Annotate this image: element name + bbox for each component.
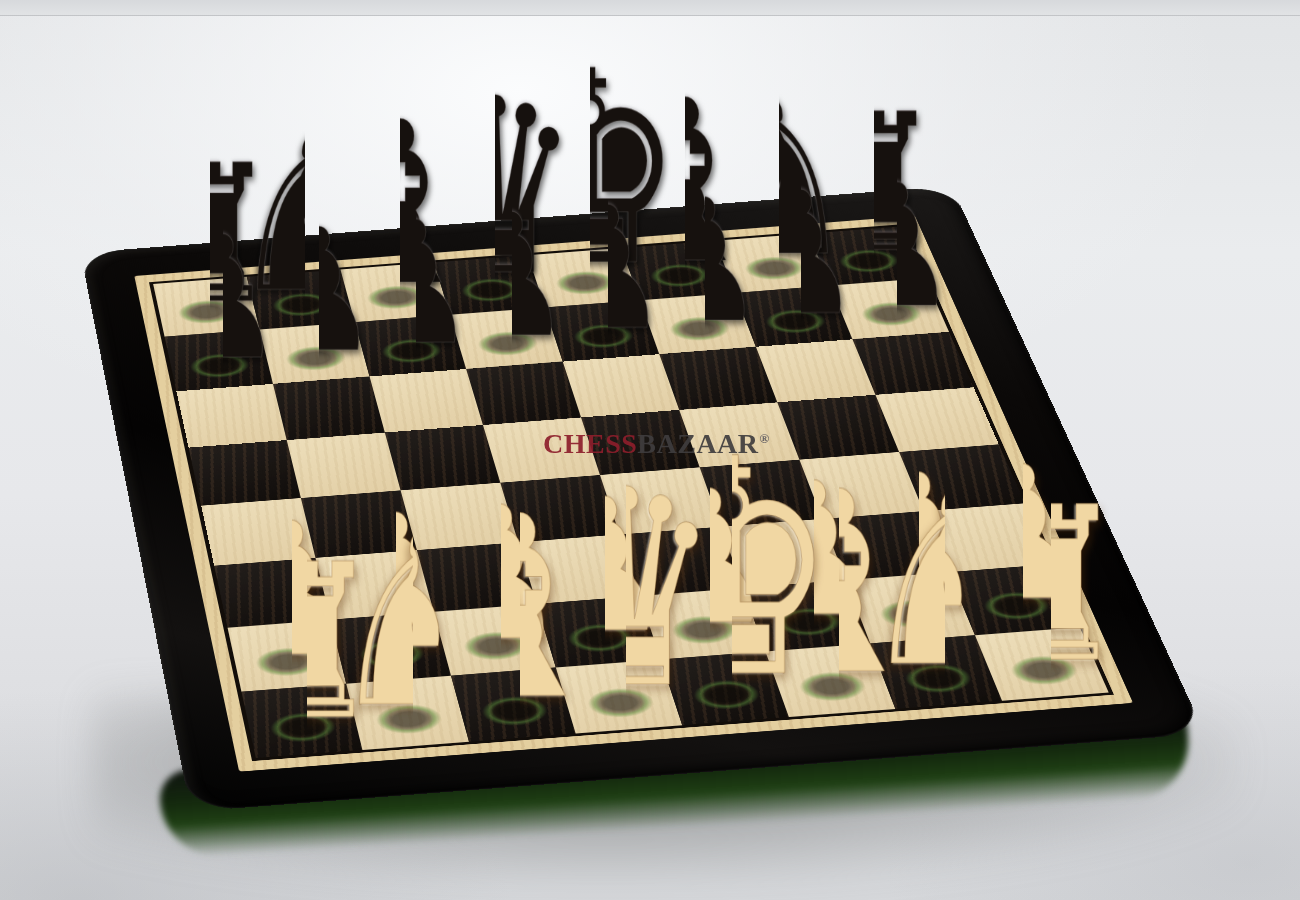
square-f1: ♝ <box>765 643 895 717</box>
piece-glyph: ♜ <box>232 541 381 744</box>
product-photo: ♜♞♝♛♚♝♞♜♟♟♟♟♟♟♟♟♟♟♟♟♟♟♟♟♜♞♝♛♚♝♞♜ CHESSBA… <box>0 0 1300 900</box>
watermark: CHESSBAZAAR® <box>543 428 770 460</box>
registered-mark: ® <box>760 431 770 446</box>
watermark-bazaar: BAZAAR <box>637 428 758 459</box>
square-h1: ♜ <box>975 627 1109 700</box>
square-a1: ♜ <box>241 684 362 758</box>
watermark-chess: CHESS <box>543 428 637 459</box>
square-d1: ♛ <box>556 660 682 734</box>
chessboard: ♜♞♝♛♚♝♞♜♟♟♟♟♟♟♟♟♟♟♟♟♟♟♟♟♜♞♝♛♚♝♞♜ <box>80 186 1205 812</box>
piece-glyph: ♝ <box>751 465 926 703</box>
piece-glyph: ♛ <box>531 461 721 719</box>
piece-glyph: ♜ <box>977 484 1126 687</box>
